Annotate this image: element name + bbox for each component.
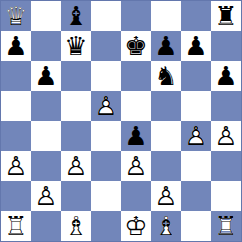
square-h1[interactable]: ♜♖ xyxy=(211,211,241,241)
square-e6[interactable] xyxy=(121,61,151,91)
piece-white-pawn[interactable]: ♟♙ xyxy=(181,121,211,151)
piece-white-rook[interactable]: ♜♖ xyxy=(211,211,241,241)
square-f2[interactable]: ♟♙ xyxy=(151,181,181,211)
square-e7[interactable]: ♚ xyxy=(121,31,151,61)
square-e8[interactable] xyxy=(121,1,151,31)
white-pawn-outline-glyph: ♙ xyxy=(211,121,241,151)
square-c7[interactable]: ♛ xyxy=(61,31,91,61)
square-c3[interactable]: ♟♙ xyxy=(61,151,91,181)
piece-black-pawn[interactable]: ♟ xyxy=(31,61,61,91)
square-h6[interactable]: ♟ xyxy=(211,61,241,91)
piece-white-bishop[interactable]: ♝♗ xyxy=(61,211,91,241)
square-a3[interactable]: ♟♙ xyxy=(1,151,31,181)
piece-black-queen[interactable]: ♛ xyxy=(61,31,91,61)
square-e4[interactable]: ♟ xyxy=(121,121,151,151)
square-e5[interactable] xyxy=(121,91,151,121)
black-queen-glyph: ♛ xyxy=(61,31,91,61)
square-d8[interactable] xyxy=(91,1,121,31)
square-g5[interactable] xyxy=(181,91,211,121)
square-c5[interactable] xyxy=(61,91,91,121)
square-a7[interactable]: ♟ xyxy=(1,31,31,61)
square-a8[interactable]: ♛♕ xyxy=(1,1,31,31)
white-pawn-outline-glyph: ♙ xyxy=(61,151,91,181)
white-rook-outline-glyph: ♖ xyxy=(1,211,31,241)
black-pawn-glyph: ♟ xyxy=(181,31,211,61)
white-pawn-outline-glyph: ♙ xyxy=(31,181,61,211)
white-rook-outline-glyph: ♖ xyxy=(211,211,241,241)
piece-black-pawn[interactable]: ♟ xyxy=(211,61,241,91)
square-d2[interactable] xyxy=(91,181,121,211)
piece-black-pawn[interactable]: ♟ xyxy=(1,31,31,61)
square-b8[interactable] xyxy=(31,1,61,31)
square-b4[interactable] xyxy=(31,121,61,151)
square-b2[interactable]: ♟♙ xyxy=(31,181,61,211)
piece-black-pawn[interactable]: ♟ xyxy=(151,31,181,61)
square-g1[interactable] xyxy=(181,211,211,241)
square-g7[interactable]: ♟ xyxy=(181,31,211,61)
square-g3[interactable] xyxy=(181,151,211,181)
piece-white-king[interactable]: ♚♔ xyxy=(121,211,151,241)
piece-white-pawn[interactable]: ♟♙ xyxy=(31,181,61,211)
square-d6[interactable] xyxy=(91,61,121,91)
square-d4[interactable] xyxy=(91,121,121,151)
piece-white-pawn[interactable]: ♟♙ xyxy=(61,151,91,181)
square-d7[interactable] xyxy=(91,31,121,61)
white-king-outline-glyph: ♔ xyxy=(121,211,151,241)
black-pawn-glyph: ♟ xyxy=(31,61,61,91)
square-b6[interactable]: ♟ xyxy=(31,61,61,91)
white-bishop-outline-glyph: ♗ xyxy=(151,211,181,241)
piece-black-pawn[interactable]: ♟ xyxy=(121,121,151,151)
white-bishop-outline-glyph: ♗ xyxy=(61,211,91,241)
square-a2[interactable] xyxy=(1,181,31,211)
square-c8[interactable]: ♝ xyxy=(61,1,91,31)
square-c6[interactable] xyxy=(61,61,91,91)
square-f5[interactable] xyxy=(151,91,181,121)
square-f4[interactable] xyxy=(151,121,181,151)
black-knight-glyph: ♞ xyxy=(151,61,181,91)
piece-white-pawn[interactable]: ♟♙ xyxy=(151,181,181,211)
black-king-glyph: ♚ xyxy=(121,31,151,61)
square-c2[interactable] xyxy=(61,181,91,211)
black-bishop-glyph: ♝ xyxy=(61,1,91,31)
square-b5[interactable] xyxy=(31,91,61,121)
piece-white-queen[interactable]: ♛♕ xyxy=(1,1,31,31)
black-pawn-glyph: ♟ xyxy=(1,31,31,61)
black-pawn-glyph: ♟ xyxy=(211,61,241,91)
white-queen-outline-glyph: ♕ xyxy=(1,1,31,31)
piece-black-knight[interactable]: ♞ xyxy=(151,61,181,91)
piece-black-pawn[interactable]: ♟ xyxy=(181,31,211,61)
square-e1[interactable]: ♚♔ xyxy=(121,211,151,241)
square-a6[interactable] xyxy=(1,61,31,91)
square-e2[interactable] xyxy=(121,181,151,211)
piece-white-pawn[interactable]: ♟♙ xyxy=(91,91,121,121)
square-b7[interactable] xyxy=(31,31,61,61)
square-c4[interactable] xyxy=(61,121,91,151)
piece-white-pawn[interactable]: ♟♙ xyxy=(1,151,31,181)
square-b3[interactable] xyxy=(31,151,61,181)
square-f7[interactable]: ♟ xyxy=(151,31,181,61)
white-pawn-outline-glyph: ♙ xyxy=(91,91,121,121)
white-pawn-outline-glyph: ♙ xyxy=(151,181,181,211)
square-g6[interactable] xyxy=(181,61,211,91)
square-d3[interactable] xyxy=(91,151,121,181)
square-h3[interactable] xyxy=(211,151,241,181)
square-f1[interactable]: ♝♗ xyxy=(151,211,181,241)
square-b1[interactable] xyxy=(31,211,61,241)
piece-white-pawn[interactable]: ♟♙ xyxy=(211,121,241,151)
piece-black-king[interactable]: ♚ xyxy=(121,31,151,61)
square-a1[interactable]: ♜♖ xyxy=(1,211,31,241)
square-h7[interactable] xyxy=(211,31,241,61)
square-g8[interactable] xyxy=(181,1,211,31)
chess-board-container: ♛♕♝♜♟♛♚♟♟♟♞♟♟♙♟♟♙♟♙♟♙♟♙♟♙♟♙♟♙♜♖♝♗♚♔♝♗♜♖ xyxy=(0,0,242,242)
square-h8[interactable]: ♜ xyxy=(211,1,241,31)
white-pawn-outline-glyph: ♙ xyxy=(1,151,31,181)
square-d5[interactable]: ♟♙ xyxy=(91,91,121,121)
piece-black-rook[interactable]: ♜ xyxy=(211,1,241,31)
square-a5[interactable] xyxy=(1,91,31,121)
square-a4[interactable] xyxy=(1,121,31,151)
white-pawn-outline-glyph: ♙ xyxy=(181,121,211,151)
square-h2[interactable] xyxy=(211,181,241,211)
piece-white-pawn[interactable]: ♟♙ xyxy=(121,151,151,181)
square-d1[interactable] xyxy=(91,211,121,241)
square-c1[interactable]: ♝♗ xyxy=(61,211,91,241)
piece-white-rook[interactable]: ♜♖ xyxy=(1,211,31,241)
square-h4[interactable]: ♟♙ xyxy=(211,121,241,151)
square-f6[interactable]: ♞ xyxy=(151,61,181,91)
black-rook-glyph: ♜ xyxy=(211,1,241,31)
black-pawn-glyph: ♟ xyxy=(151,31,181,61)
square-g2[interactable] xyxy=(181,181,211,211)
square-h5[interactable] xyxy=(211,91,241,121)
white-pawn-outline-glyph: ♙ xyxy=(121,151,151,181)
piece-black-bishop[interactable]: ♝ xyxy=(61,1,91,31)
square-f8[interactable] xyxy=(151,1,181,31)
square-g4[interactable]: ♟♙ xyxy=(181,121,211,151)
black-pawn-glyph: ♟ xyxy=(121,121,151,151)
square-e3[interactable]: ♟♙ xyxy=(121,151,151,181)
square-f3[interactable] xyxy=(151,151,181,181)
piece-white-bishop[interactable]: ♝♗ xyxy=(151,211,181,241)
chess-board: ♛♕♝♜♟♛♚♟♟♟♞♟♟♙♟♟♙♟♙♟♙♟♙♟♙♟♙♟♙♜♖♝♗♚♔♝♗♜♖ xyxy=(0,0,242,242)
